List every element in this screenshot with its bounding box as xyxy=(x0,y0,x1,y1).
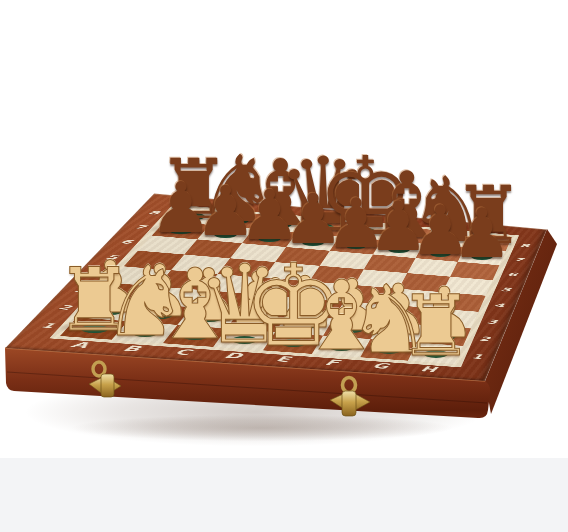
floor-band xyxy=(0,458,568,532)
square-h1[interactable] xyxy=(408,342,463,363)
board-squares-grid[interactable] xyxy=(60,207,512,364)
clasp-left-hasp xyxy=(101,374,114,397)
clasp-right-hasp xyxy=(342,391,356,416)
board-contact-shadow xyxy=(17,411,507,445)
chess-set-photo: ABCDEFGH8877665544332211 ♜♞♝♛♚♝♞♜♟♟♟♟♟♟♟… xyxy=(0,0,568,532)
